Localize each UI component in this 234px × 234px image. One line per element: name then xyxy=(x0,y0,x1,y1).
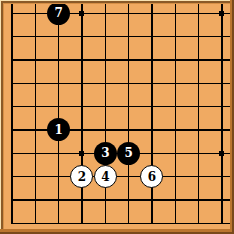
go-board-diagram: 1234567 xyxy=(0,0,234,234)
grid-line-horizontal-9 xyxy=(11,36,234,38)
grid-line-vertical-K xyxy=(221,0,223,224)
stone-black-E4: 3 xyxy=(94,142,117,165)
grid-line-vertical-C xyxy=(58,0,60,224)
grid-line-horizontal-7 xyxy=(11,83,234,85)
grid-line-vertical-E xyxy=(105,0,107,224)
move-number-label: 2 xyxy=(78,171,86,183)
grid-line-vertical-F xyxy=(128,0,130,224)
grid-line-vertical-H xyxy=(175,0,177,224)
grid-line-horizontal-10 xyxy=(11,13,234,15)
grid-line-vertical-D xyxy=(81,0,83,224)
grid-line-horizontal-3 xyxy=(11,176,234,178)
stone-black-F4: 5 xyxy=(117,142,140,165)
star-point-K10 xyxy=(219,11,224,16)
star-point-D4 xyxy=(79,151,84,156)
grid-line-vertical-B xyxy=(35,0,37,224)
grid-line-horizontal-8 xyxy=(11,59,234,61)
go-board[interactable]: 1234567 xyxy=(0,0,234,234)
grid-line-vertical-J xyxy=(198,0,200,224)
grid-line-vertical-A xyxy=(11,0,13,224)
stone-black-C5: 1 xyxy=(47,118,70,141)
stone-white-D3: 2 xyxy=(70,165,93,188)
grid-line-horizontal-5 xyxy=(11,129,234,131)
star-point-D10 xyxy=(79,11,84,16)
move-number-label: 5 xyxy=(124,147,132,159)
grid-line-vertical-G xyxy=(151,0,153,224)
move-number-label: 7 xyxy=(54,7,62,19)
stone-white-G3: 6 xyxy=(140,165,163,188)
grid-line-horizontal-2 xyxy=(11,199,234,201)
move-number-label: 6 xyxy=(148,171,156,183)
move-number-label: 4 xyxy=(101,171,109,183)
grid-line-horizontal-6 xyxy=(11,106,234,108)
move-number-label: 1 xyxy=(54,124,62,136)
move-number-label: 3 xyxy=(101,147,109,159)
grid-line-horizontal-1 xyxy=(11,223,234,225)
stone-black-C10: 7 xyxy=(47,2,70,25)
star-point-K4 xyxy=(219,151,224,156)
stone-white-E3: 4 xyxy=(94,165,117,188)
